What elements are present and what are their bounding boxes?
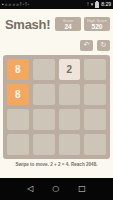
- status-left-icons: ▪⌕⌕⌕⌕!◦!◦: [2, 0, 87, 9]
- refresh-icon: ↻: [101, 41, 107, 49]
- game-header: Smash! Score 24 High Score 520: [5, 17, 110, 37]
- search-notification-icon: ⌕: [9, 0, 12, 9]
- best-score-value: 520: [87, 23, 107, 30]
- board-cell-empty: [59, 134, 81, 155]
- toolbar: ↶ ↻: [0, 40, 110, 51]
- back-icon[interactable]: ◁: [27, 178, 33, 200]
- tile-8: 8: [7, 84, 29, 105]
- alert-icon: !: [25, 0, 26, 9]
- undo-button[interactable]: ↶: [80, 40, 93, 51]
- board-cell-empty: [84, 134, 106, 155]
- board-cell-empty: [7, 134, 29, 155]
- board-cell-empty: [84, 59, 106, 80]
- phone-screen: ▪⌕⌕⌕⌕!◦!◦ ! ▾ 8:29 Smash! Score 24 High …: [0, 0, 113, 200]
- board-cell-empty: [33, 109, 55, 130]
- best-score-box: High Score 520: [84, 17, 110, 31]
- board-cell-empty: [59, 84, 81, 105]
- app-title: Smash!: [5, 17, 52, 32]
- status-time: 8:29: [101, 0, 111, 9]
- status-dot-icon: ◦: [28, 0, 30, 9]
- search-notification-icon: ⌕: [12, 0, 15, 9]
- search-notification-icon: ⌕: [5, 0, 8, 9]
- battery-icon: [95, 2, 99, 8]
- home-icon[interactable]: ○: [52, 178, 59, 200]
- board-cell-empty: [33, 134, 55, 155]
- tile-8: 8: [7, 59, 29, 80]
- board-cell-empty: [33, 84, 55, 105]
- status-bar: ▪⌕⌕⌕⌕!◦!◦ ! ▾ 8:29: [0, 0, 113, 9]
- score-box: Score 24: [55, 17, 81, 31]
- board-grid: 828: [7, 59, 106, 155]
- notification-square-icon: ▪: [2, 0, 4, 9]
- status-right-icons: ! ▾ 8:29: [87, 0, 111, 9]
- game-board[interactable]: 828: [3, 55, 110, 159]
- score-value: 24: [58, 23, 78, 30]
- board-cell-empty: [84, 109, 106, 130]
- new-game-button[interactable]: ↻: [97, 40, 110, 51]
- instructions-text: Swipe to move. 2 + 2 = 4. Reach 2048.: [0, 162, 113, 168]
- board-cell-empty: [7, 109, 29, 130]
- tile-2: 2: [59, 59, 81, 80]
- status-dot-icon: ◦: [22, 0, 24, 9]
- android-nav-bar: ◁ ○ □: [0, 178, 113, 200]
- board-cell-empty: [59, 109, 81, 130]
- board-cell-empty: [84, 84, 106, 105]
- recents-icon[interactable]: □: [78, 178, 86, 200]
- search-notification-icon: ⌕: [16, 0, 19, 9]
- alert-icon: !: [20, 0, 21, 9]
- board-cell-empty: [33, 59, 55, 80]
- undo-icon: ↶: [84, 41, 90, 49]
- alert-icon: !: [87, 0, 88, 9]
- signal-icon: ▾: [91, 0, 94, 9]
